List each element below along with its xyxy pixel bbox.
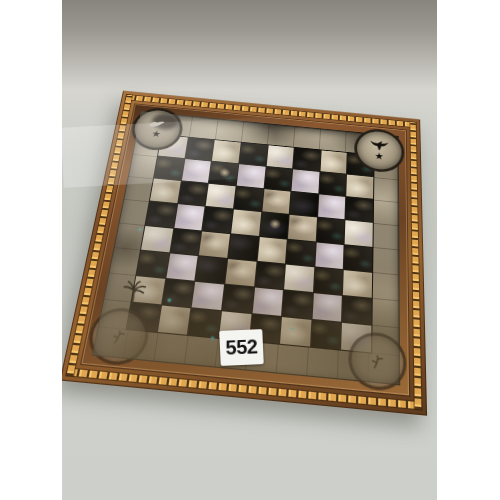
board-square [231, 210, 261, 236]
medallion-top-right: ★ [354, 127, 405, 174]
sprig-icon [370, 352, 385, 370]
board-square [292, 169, 320, 193]
board-square [280, 317, 311, 347]
board-square [318, 195, 346, 220]
board-square [212, 140, 241, 163]
board-square [196, 256, 227, 283]
board-square [158, 135, 187, 158]
board-square [319, 172, 346, 196]
auction-photo-backdrop: ★ ★ [62, 0, 437, 500]
board-square [260, 212, 289, 238]
sprig-icon [110, 327, 128, 345]
board-square [347, 153, 373, 176]
star-icon: ★ [375, 151, 384, 161]
board-square [347, 175, 374, 199]
board-square [228, 234, 258, 261]
eagle-icon [369, 139, 389, 152]
board-square [320, 150, 347, 173]
board-square [166, 253, 198, 280]
board-square [206, 184, 236, 209]
checkerboard-grid [125, 134, 374, 354]
board-square [157, 305, 190, 334]
auction-lot-sticker: 552 [219, 329, 263, 366]
board-square [146, 202, 177, 228]
board-square [314, 267, 343, 295]
board-square [170, 228, 201, 254]
board-square [174, 204, 205, 230]
board-square [222, 284, 254, 312]
palm-tree-icon [119, 279, 149, 310]
board-square [312, 293, 342, 322]
chessboard: ★ ★ [62, 91, 427, 416]
board-square [343, 270, 372, 298]
board-square [311, 320, 342, 350]
board-square [188, 308, 221, 337]
board-square [137, 250, 169, 277]
board-square [225, 259, 256, 287]
board-square [282, 290, 312, 319]
board-square [141, 226, 173, 252]
board-square [192, 282, 224, 310]
board-square [266, 145, 294, 168]
board-square [344, 245, 372, 272]
board-square [203, 207, 233, 233]
board-square [345, 221, 373, 247]
board-square [209, 162, 238, 186]
star-icon: ★ [151, 129, 162, 139]
board-square [293, 148, 320, 171]
board-square [346, 197, 373, 222]
board-square [255, 261, 285, 289]
board-square [252, 287, 283, 316]
board-square [234, 187, 263, 212]
board-square [342, 296, 371, 325]
board-square [257, 237, 287, 264]
board-square [317, 218, 345, 244]
frame-inlay-band-right [410, 122, 421, 409]
dove-icon [147, 118, 169, 130]
board-square [237, 164, 266, 188]
board-square [150, 179, 181, 204]
board-square [290, 192, 318, 217]
page-background: ★ ★ [0, 0, 500, 500]
board-square [264, 167, 292, 191]
board-square [288, 215, 317, 241]
board-square [162, 279, 195, 307]
board-square [154, 156, 184, 180]
board-square [239, 143, 267, 166]
board-square [284, 264, 314, 292]
board-square [185, 138, 214, 161]
board-square [262, 189, 291, 214]
lot-number: 552 [225, 335, 258, 359]
board-square [178, 181, 208, 206]
board-square [286, 239, 315, 266]
board-square [315, 242, 344, 269]
board-square [182, 159, 212, 183]
board-square [199, 231, 230, 258]
